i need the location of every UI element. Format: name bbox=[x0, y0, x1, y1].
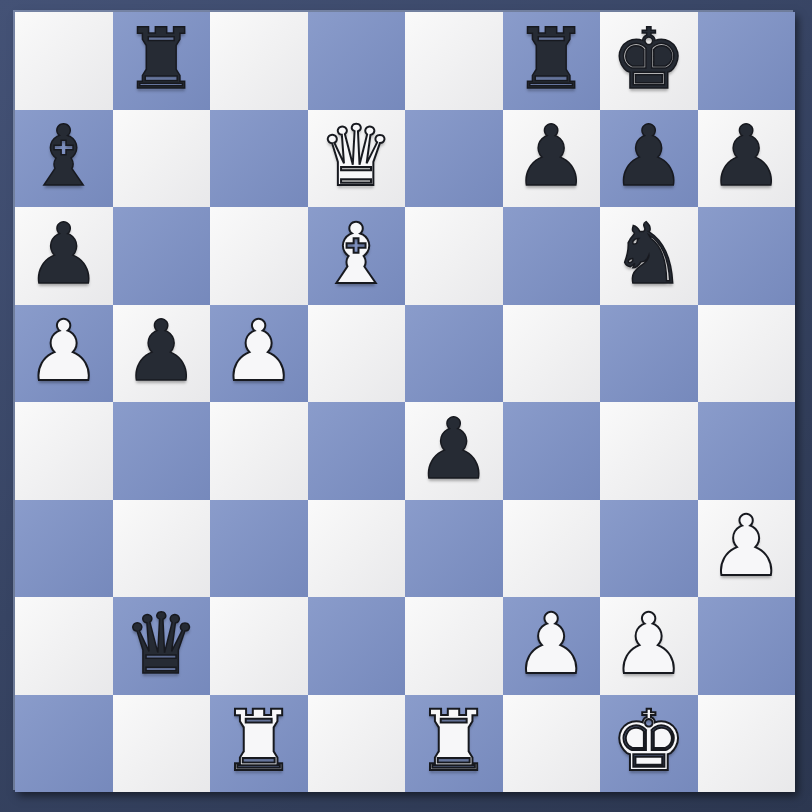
square-b2[interactable]: ♛ bbox=[113, 597, 211, 695]
square-c2[interactable] bbox=[210, 597, 308, 695]
square-b1[interactable] bbox=[113, 695, 211, 793]
piece-white-queen[interactable]: ♛ bbox=[308, 110, 406, 208]
square-c1[interactable]: ♜ bbox=[210, 695, 308, 793]
square-d1[interactable] bbox=[308, 695, 406, 793]
piece-black-pawn[interactable]: ♟ bbox=[15, 207, 113, 305]
piece-white-king[interactable]: ♚ bbox=[600, 695, 698, 793]
piece-black-knight[interactable]: ♞ bbox=[600, 207, 698, 305]
square-f6[interactable] bbox=[503, 207, 601, 305]
piece-white-pawn[interactable]: ♟ bbox=[600, 597, 698, 695]
square-a2[interactable] bbox=[15, 597, 113, 695]
square-e5[interactable] bbox=[405, 305, 503, 403]
square-f3[interactable] bbox=[503, 500, 601, 598]
square-b3[interactable] bbox=[113, 500, 211, 598]
square-h1[interactable] bbox=[698, 695, 796, 793]
square-g7[interactable]: ♟ bbox=[600, 110, 698, 208]
piece-black-queen[interactable]: ♛ bbox=[113, 597, 211, 695]
piece-white-pawn[interactable]: ♟ bbox=[15, 305, 113, 403]
square-g8[interactable]: ♚ bbox=[600, 12, 698, 110]
piece-white-pawn[interactable]: ♟ bbox=[698, 500, 796, 598]
square-c4[interactable] bbox=[210, 402, 308, 500]
piece-black-pawn[interactable]: ♟ bbox=[113, 305, 211, 403]
piece-black-bishop[interactable]: ♝ bbox=[15, 110, 113, 208]
piece-black-rook[interactable]: ♜ bbox=[503, 12, 601, 110]
square-e8[interactable] bbox=[405, 12, 503, 110]
square-h4[interactable] bbox=[698, 402, 796, 500]
square-e1[interactable]: ♜ bbox=[405, 695, 503, 793]
square-d8[interactable] bbox=[308, 12, 406, 110]
piece-black-pawn[interactable]: ♟ bbox=[405, 402, 503, 500]
square-f4[interactable] bbox=[503, 402, 601, 500]
square-c8[interactable] bbox=[210, 12, 308, 110]
square-c7[interactable] bbox=[210, 110, 308, 208]
square-f5[interactable] bbox=[503, 305, 601, 403]
square-a8[interactable] bbox=[15, 12, 113, 110]
square-g6[interactable]: ♞ bbox=[600, 207, 698, 305]
square-f8[interactable]: ♜ bbox=[503, 12, 601, 110]
square-h6[interactable] bbox=[698, 207, 796, 305]
square-b7[interactable] bbox=[113, 110, 211, 208]
square-f7[interactable]: ♟ bbox=[503, 110, 601, 208]
square-a4[interactable] bbox=[15, 402, 113, 500]
piece-black-pawn[interactable]: ♟ bbox=[503, 110, 601, 208]
piece-black-king[interactable]: ♚ bbox=[600, 12, 698, 110]
square-d5[interactable] bbox=[308, 305, 406, 403]
square-h2[interactable] bbox=[698, 597, 796, 695]
square-b5[interactable]: ♟ bbox=[113, 305, 211, 403]
square-h8[interactable] bbox=[698, 12, 796, 110]
square-c6[interactable] bbox=[210, 207, 308, 305]
square-g1[interactable]: ♚ bbox=[600, 695, 698, 793]
square-h3[interactable]: ♟ bbox=[698, 500, 796, 598]
square-e2[interactable] bbox=[405, 597, 503, 695]
square-d7[interactable]: ♛ bbox=[308, 110, 406, 208]
square-a6[interactable]: ♟ bbox=[15, 207, 113, 305]
chess-board: ♜♜♚♝♛♟♟♟♟♝♞♟♟♟♟♟♛♟♟♜♜♚ bbox=[15, 12, 795, 792]
piece-black-pawn[interactable]: ♟ bbox=[698, 110, 796, 208]
square-f2[interactable]: ♟ bbox=[503, 597, 601, 695]
piece-white-pawn[interactable]: ♟ bbox=[210, 305, 308, 403]
square-d6[interactable]: ♝ bbox=[308, 207, 406, 305]
square-f1[interactable] bbox=[503, 695, 601, 793]
square-e3[interactable] bbox=[405, 500, 503, 598]
piece-white-rook[interactable]: ♜ bbox=[210, 695, 308, 793]
piece-white-rook[interactable]: ♜ bbox=[405, 695, 503, 793]
square-b4[interactable] bbox=[113, 402, 211, 500]
square-a7[interactable]: ♝ bbox=[15, 110, 113, 208]
chess-board-frame: ♜♜♚♝♛♟♟♟♟♝♞♟♟♟♟♟♛♟♟♜♜♚ bbox=[0, 0, 812, 812]
square-g4[interactable] bbox=[600, 402, 698, 500]
square-d2[interactable] bbox=[308, 597, 406, 695]
square-c3[interactable] bbox=[210, 500, 308, 598]
square-h7[interactable]: ♟ bbox=[698, 110, 796, 208]
square-h5[interactable] bbox=[698, 305, 796, 403]
square-g2[interactable]: ♟ bbox=[600, 597, 698, 695]
piece-white-bishop[interactable]: ♝ bbox=[308, 207, 406, 305]
square-g5[interactable] bbox=[600, 305, 698, 403]
piece-black-pawn[interactable]: ♟ bbox=[600, 110, 698, 208]
square-e6[interactable] bbox=[405, 207, 503, 305]
square-b6[interactable] bbox=[113, 207, 211, 305]
square-a5[interactable]: ♟ bbox=[15, 305, 113, 403]
square-d4[interactable] bbox=[308, 402, 406, 500]
square-d3[interactable] bbox=[308, 500, 406, 598]
square-g3[interactable] bbox=[600, 500, 698, 598]
piece-black-rook[interactable]: ♜ bbox=[113, 12, 211, 110]
square-a1[interactable] bbox=[15, 695, 113, 793]
square-e7[interactable] bbox=[405, 110, 503, 208]
square-e4[interactable]: ♟ bbox=[405, 402, 503, 500]
piece-white-pawn[interactable]: ♟ bbox=[503, 597, 601, 695]
square-c5[interactable]: ♟ bbox=[210, 305, 308, 403]
square-b8[interactable]: ♜ bbox=[113, 12, 211, 110]
square-a3[interactable] bbox=[15, 500, 113, 598]
